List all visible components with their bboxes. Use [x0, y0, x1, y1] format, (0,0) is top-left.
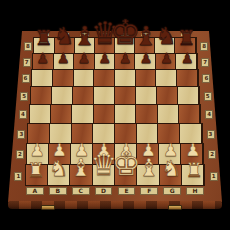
piece-white-bishop-c1[interactable]: ♝: [70, 156, 92, 180]
piece-black-pawn-b7[interactable]: ♟: [57, 51, 70, 65]
piece-black-knight-b8[interactable]: ♞: [53, 25, 74, 49]
piece-black-pawn-d7[interactable]: ♟: [98, 51, 111, 65]
pieces-layer: ♜♞♝♛♚♝♞♜♟♟♟♟♟♟♟♟♟♟♟♟♟♟♟♟♜♞♝♛♚♝♞♜: [0, 0, 230, 230]
piece-white-pawn-a2[interactable]: ♟: [30, 142, 45, 159]
piece-black-pawn-h7[interactable]: ♟: [181, 51, 194, 65]
brass-clasp-right[interactable]: [168, 205, 182, 210]
piece-black-pawn-c7[interactable]: ♟: [78, 51, 91, 65]
piece-black-pawn-g7[interactable]: ♟: [160, 51, 173, 65]
brass-clasp-left[interactable]: [41, 205, 55, 210]
piece-black-knight-g8[interactable]: ♞: [155, 25, 176, 49]
piece-black-rook-a8[interactable]: ♜: [34, 28, 52, 49]
piece-black-pawn-a7[interactable]: ♟: [36, 51, 49, 65]
piece-white-bishop-f1[interactable]: ♝: [138, 156, 160, 180]
piece-white-king-e1[interactable]: ♚: [112, 148, 141, 180]
piece-white-knight-b1[interactable]: ♞: [49, 158, 69, 180]
piece-white-rook-h1[interactable]: ♜: [185, 160, 203, 180]
photo-background: 8877665544332211ABCDEFGH ♜♞♝♛♚♝♞♜♟♟♟♟♟♟♟…: [0, 0, 230, 230]
piece-black-rook-h8[interactable]: ♜: [177, 28, 195, 49]
piece-black-bishop-f8[interactable]: ♝: [134, 23, 157, 49]
piece-white-pawn-h2[interactable]: ♟: [185, 142, 200, 159]
piece-black-pawn-f7[interactable]: ♟: [140, 51, 153, 65]
piece-white-rook-a1[interactable]: ♜: [27, 160, 45, 180]
piece-black-pawn-e7[interactable]: ♟: [119, 51, 132, 65]
piece-white-knight-g1[interactable]: ♞: [162, 158, 182, 180]
